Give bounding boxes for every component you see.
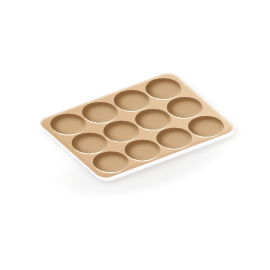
- product-photo-stage: [0, 0, 270, 270]
